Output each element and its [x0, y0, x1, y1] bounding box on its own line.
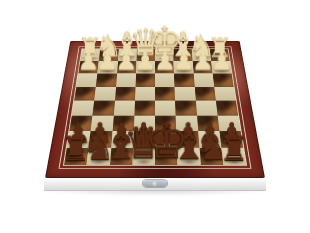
square — [74, 87, 96, 101]
square — [94, 87, 115, 101]
square: ♟ — [136, 61, 155, 74]
square — [96, 73, 117, 86]
square: ♜ — [64, 148, 89, 166]
square — [216, 101, 239, 116]
board-frame: ♜♞♝♛♚♝♞♜♟♟♟♟♟♟♟♟♟♟♟♟♟♟♟♟♜♞♝♛♚♝♞♜ — [45, 41, 265, 178]
square: ♚ — [155, 148, 178, 166]
square — [113, 101, 134, 116]
square — [155, 73, 175, 86]
square — [72, 101, 95, 116]
chess-board: ♜♞♝♛♚♝♞♜♟♟♟♟♟♟♟♟♟♟♟♟♟♟♟♟♜♞♝♛♚♝♞♜ — [45, 41, 265, 178]
square — [214, 87, 236, 101]
board-front-edge — [44, 178, 266, 191]
square — [76, 73, 97, 86]
square — [193, 73, 214, 86]
metal-clasp-icon — [143, 180, 167, 187]
board-grid: ♜♞♝♛♚♝♞♜♟♟♟♟♟♟♟♟♟♟♟♟♟♟♟♟♜♞♝♛♚♝♞♜ — [63, 48, 247, 165]
square: ♟ — [192, 61, 212, 74]
square: ♟ — [211, 61, 232, 74]
square: ♜ — [221, 148, 246, 166]
scene: ♜♞♝♛♚♝♞♜♟♟♟♟♟♟♟♟♟♟♟♟♟♟♟♟♜♞♝♛♚♝♞♜ — [0, 0, 310, 233]
square — [116, 73, 136, 86]
square — [115, 87, 136, 101]
board-inner-border: ♜♞♝♛♚♝♞♜♟♟♟♟♟♟♟♟♟♟♟♟♟♟♟♟♜♞♝♛♚♝♞♜ — [59, 47, 252, 169]
square — [194, 87, 215, 101]
square — [135, 87, 155, 101]
square — [195, 101, 217, 116]
white-pawn: ♟ — [211, 49, 233, 72]
square — [212, 73, 233, 86]
square — [175, 87, 196, 101]
square — [174, 73, 194, 86]
dark-rook: ♜ — [61, 133, 91, 165]
square: ♟ — [155, 61, 174, 74]
product-photo: ♜♞♝♛♚♝♞♜♟♟♟♟♟♟♟♟♟♟♟♟♟♟♟♟♜♞♝♛♚♝♞♜ — [0, 0, 310, 233]
dark-king: ♚ — [144, 118, 188, 164]
dark-rook: ♜ — [220, 133, 250, 165]
square — [155, 87, 175, 101]
square — [93, 101, 115, 116]
square: ♟ — [174, 61, 194, 74]
square — [135, 73, 155, 86]
